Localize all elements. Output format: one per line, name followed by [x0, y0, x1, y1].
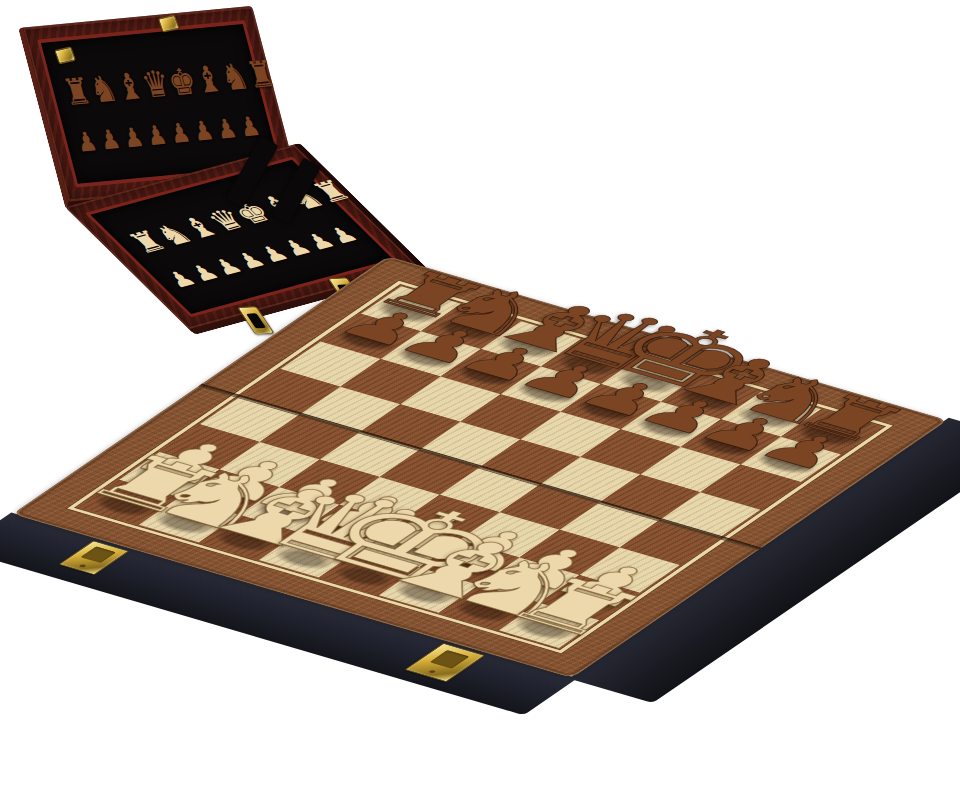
- boxed-black-pawn[interactable]: ♟: [167, 120, 193, 148]
- boxed-black-pawn[interactable]: ♟: [120, 124, 146, 152]
- lid-back-row: ♜♞♝♛♚♝♞♜: [59, 58, 251, 111]
- product-photo-scene: Folding wooden chess set: open storage b…: [0, 0, 960, 804]
- lid-front-row: ♟♟♟♟♟♟♟♟: [74, 113, 263, 156]
- boxed-black-pawn[interactable]: ♟: [97, 126, 123, 154]
- board-latch-icon: [58, 540, 129, 575]
- boxed-black-pawn[interactable]: ♟: [214, 115, 240, 143]
- boxed-black-pawn[interactable]: ♟: [190, 118, 216, 146]
- boxed-black-pawn[interactable]: ♟: [144, 122, 170, 150]
- boxed-black-pawn[interactable]: ♟: [74, 129, 100, 157]
